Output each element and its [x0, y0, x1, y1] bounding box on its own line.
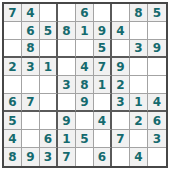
cell-r7c7[interactable]	[112, 112, 130, 130]
cell-r1c6[interactable]	[94, 4, 112, 22]
cell-r9c3[interactable]: 3	[40, 148, 58, 166]
cell-r8c6[interactable]	[94, 130, 112, 148]
cell-r3c3[interactable]	[40, 40, 58, 58]
cell-r8c2[interactable]	[22, 130, 40, 148]
cell-r5c3[interactable]	[40, 76, 58, 94]
cell-r8c9[interactable]: 3	[148, 130, 166, 148]
cell-r6c3[interactable]	[40, 94, 58, 112]
cell-r1c8[interactable]: 8	[130, 4, 148, 22]
cell-r2c5[interactable]: 1	[76, 22, 94, 40]
cell-r2c3[interactable]: 5	[40, 22, 58, 40]
cell-r4c4[interactable]	[58, 58, 76, 76]
cell-r1c5[interactable]: 6	[76, 4, 94, 22]
cell-r6c8[interactable]: 1	[130, 94, 148, 112]
cell-r6c2[interactable]: 7	[22, 94, 40, 112]
cell-r2c1[interactable]	[4, 22, 22, 40]
cell-r2c6[interactable]: 9	[94, 22, 112, 40]
cell-r2c9[interactable]	[148, 22, 166, 40]
cell-r7c5[interactable]	[76, 112, 94, 130]
cell-r1c7[interactable]	[112, 4, 130, 22]
cell-r5c1[interactable]	[4, 76, 22, 94]
cell-r7c6[interactable]: 4	[94, 112, 112, 130]
cell-r3c8[interactable]: 3	[130, 40, 148, 58]
cell-r9c9[interactable]	[148, 148, 166, 166]
cell-r3c5[interactable]	[76, 40, 94, 58]
cell-r2c8[interactable]	[130, 22, 148, 40]
cell-r9c2[interactable]: 9	[22, 148, 40, 166]
cell-r5c8[interactable]	[130, 76, 148, 94]
cell-r4c9[interactable]	[148, 58, 166, 76]
cell-r4c6[interactable]: 7	[94, 58, 112, 76]
cell-r4c8[interactable]	[130, 58, 148, 76]
cell-r6c5[interactable]: 9	[76, 94, 94, 112]
cell-r8c3[interactable]: 6	[40, 130, 58, 148]
cell-r6c7[interactable]: 3	[112, 94, 130, 112]
cell-r9c6[interactable]: 6	[94, 148, 112, 166]
cell-r7c9[interactable]: 6	[148, 112, 166, 130]
cell-r6c1[interactable]: 6	[4, 94, 22, 112]
cell-r5c9[interactable]	[148, 76, 166, 94]
cell-r1c9[interactable]: 5	[148, 4, 166, 22]
cell-r3c4[interactable]	[58, 40, 76, 58]
cell-r5c6[interactable]: 1	[94, 76, 112, 94]
sudoku-board: 7468565819485392314793812679314594264615…	[2, 2, 168, 168]
cell-r2c2[interactable]: 6	[22, 22, 40, 40]
cell-r1c4[interactable]	[58, 4, 76, 22]
cell-r2c7[interactable]: 4	[112, 22, 130, 40]
cell-r8c5[interactable]: 5	[76, 130, 94, 148]
cell-r7c8[interactable]: 2	[130, 112, 148, 130]
cell-r3c6[interactable]: 5	[94, 40, 112, 58]
cell-r7c2[interactable]	[22, 112, 40, 130]
cell-r9c1[interactable]: 8	[4, 148, 22, 166]
cell-r8c4[interactable]: 1	[58, 130, 76, 148]
cell-r7c3[interactable]	[40, 112, 58, 130]
cell-r9c7[interactable]	[112, 148, 130, 166]
cell-r4c3[interactable]: 1	[40, 58, 58, 76]
cell-r6c6[interactable]	[94, 94, 112, 112]
cell-r3c1[interactable]	[4, 40, 22, 58]
cell-r8c7[interactable]: 7	[112, 130, 130, 148]
cell-r4c7[interactable]: 9	[112, 58, 130, 76]
cell-r4c2[interactable]: 3	[22, 58, 40, 76]
cell-r5c7[interactable]: 2	[112, 76, 130, 94]
cell-r3c7[interactable]	[112, 40, 130, 58]
cell-r3c9[interactable]: 9	[148, 40, 166, 58]
cell-r9c5[interactable]	[76, 148, 94, 166]
page: 7468565819485392314793812679314594264615…	[0, 0, 170, 170]
cell-r7c1[interactable]: 5	[4, 112, 22, 130]
cell-r5c5[interactable]: 8	[76, 76, 94, 94]
cell-r2c4[interactable]: 8	[58, 22, 76, 40]
cell-r1c1[interactable]: 7	[4, 4, 22, 22]
cell-r5c4[interactable]: 3	[58, 76, 76, 94]
cell-r3c2[interactable]: 8	[22, 40, 40, 58]
cell-r8c1[interactable]: 4	[4, 130, 22, 148]
cell-r4c5[interactable]: 4	[76, 58, 94, 76]
cell-r6c4[interactable]	[58, 94, 76, 112]
cell-r5c2[interactable]	[22, 76, 40, 94]
cell-r1c2[interactable]: 4	[22, 4, 40, 22]
cell-r6c9[interactable]: 4	[148, 94, 166, 112]
cell-r9c4[interactable]: 7	[58, 148, 76, 166]
cell-r8c8[interactable]	[130, 130, 148, 148]
cell-r9c8[interactable]: 4	[130, 148, 148, 166]
cell-r7c4[interactable]: 9	[58, 112, 76, 130]
cell-r4c1[interactable]: 2	[4, 58, 22, 76]
cell-r1c3[interactable]	[40, 4, 58, 22]
